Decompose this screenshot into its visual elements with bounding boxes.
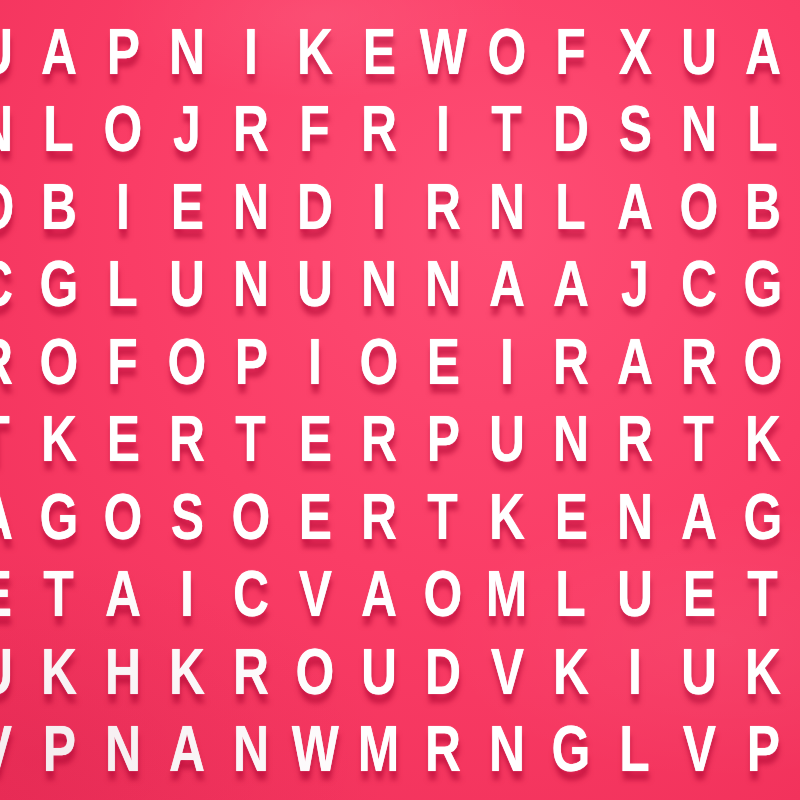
- letter-glyph: C: [0, 252, 13, 316]
- letter-glyph: U: [681, 640, 717, 704]
- letter-glyph: D: [297, 175, 333, 239]
- letter-glyph: N: [489, 175, 525, 239]
- letter-cell-r0-c1[interactable]: A: [27, 13, 91, 91]
- letter-cell-r7-c7[interactable]: O: [411, 556, 475, 634]
- letter-glyph: P: [106, 20, 139, 84]
- letter-glyph: D: [553, 97, 589, 161]
- letter-cell-r7-c0[interactable]: E: [0, 556, 27, 634]
- letter-cell-r8-c7[interactable]: D: [411, 633, 475, 711]
- letter-glyph: I: [628, 640, 642, 704]
- letter-cell-r8-c10[interactable]: I: [603, 633, 667, 711]
- letter-glyph: P: [746, 717, 779, 781]
- letter-cell-r1-c6[interactable]: R: [347, 91, 411, 169]
- letter-glyph: B: [41, 175, 77, 239]
- letter-glyph: K: [489, 485, 525, 549]
- letter-cell-r1-c7[interactable]: I: [411, 91, 475, 169]
- letter-glyph: O: [424, 562, 463, 626]
- letter-glyph: P: [426, 407, 459, 471]
- letter-glyph: T: [44, 562, 74, 626]
- letter-glyph: A: [361, 562, 397, 626]
- letter-glyph: I: [244, 20, 258, 84]
- letter-glyph: V: [298, 562, 331, 626]
- letter-glyph: N: [233, 252, 269, 316]
- letter-cell-r8-c5[interactable]: O: [283, 633, 347, 711]
- letter-cell-r9-c12[interactable]: P: [731, 711, 795, 789]
- letter-glyph: O: [232, 485, 271, 549]
- letter-glyph: V: [682, 717, 715, 781]
- letter-glyph: I: [436, 97, 450, 161]
- letter-cell-r6-c0[interactable]: A: [0, 478, 27, 556]
- letter-cell-r1-c3[interactable]: J: [155, 91, 219, 169]
- letter-cell-r1-c10[interactable]: S: [603, 91, 667, 169]
- letter-glyph: A: [617, 330, 653, 394]
- letter-cell-r3-c10[interactable]: J: [603, 246, 667, 324]
- letter-cell-r6-c7[interactable]: T: [411, 478, 475, 556]
- letter-glyph: T: [748, 562, 778, 626]
- letter-cell-r3-c1[interactable]: G: [27, 246, 91, 324]
- letter-cell-r8-c11[interactable]: U: [667, 633, 731, 711]
- letter-cell-r3-c2[interactable]: L: [91, 246, 155, 324]
- letter-cell-r5-c11[interactable]: T: [667, 401, 731, 479]
- letter-glyph: O: [0, 175, 14, 239]
- letter-cell-r8-c8[interactable]: V: [475, 633, 539, 711]
- letter-cell-r5-c4[interactable]: T: [219, 401, 283, 479]
- letter-cell-r7-c11[interactable]: E: [667, 556, 731, 634]
- letter-cell-r5-c10[interactable]: R: [603, 401, 667, 479]
- letter-glyph: W: [419, 20, 466, 84]
- letter-cell-r5-c1[interactable]: K: [27, 401, 91, 479]
- letter-cell-r0-c2[interactable]: P: [91, 13, 155, 91]
- letter-cell-r6-c6[interactable]: R: [347, 478, 411, 556]
- letter-cell-r1-c12[interactable]: L: [731, 91, 795, 169]
- letter-cell-r4-c3[interactable]: O: [155, 323, 219, 401]
- letter-glyph: T: [492, 97, 522, 161]
- letter-cell-r3-c12[interactable]: G: [731, 246, 795, 324]
- letter-glyph: O: [488, 20, 527, 84]
- letter-cell-r9-c10[interactable]: L: [603, 711, 667, 789]
- letter-glyph: K: [745, 407, 781, 471]
- letter-glyph: U: [361, 640, 397, 704]
- letter-glyph: O: [104, 485, 143, 549]
- letter-glyph: J: [621, 252, 649, 316]
- letter-cell-r2-c11[interactable]: O: [667, 168, 731, 246]
- letter-glyph: N: [169, 20, 205, 84]
- letter-glyph: E: [362, 20, 395, 84]
- letter-glyph: C: [233, 562, 269, 626]
- letter-glyph: R: [425, 717, 461, 781]
- letter-cell-r0-c11[interactable]: U: [667, 13, 731, 91]
- letter-cell-r5-c5[interactable]: E: [283, 401, 347, 479]
- letter-grid: UAPNIKEWOFXUANLOJRFRITDSNLOBIENDIRNLAOBC…: [0, 13, 795, 788]
- letter-glyph: A: [553, 252, 589, 316]
- letter-cell-r6-c12[interactable]: G: [731, 478, 795, 556]
- letter-glyph: E: [106, 407, 139, 471]
- letter-cell-r4-c11[interactable]: R: [667, 323, 731, 401]
- letter-cell-r5-c7[interactable]: P: [411, 401, 475, 479]
- letter-cell-r7-c8[interactable]: M: [475, 556, 539, 634]
- letter-glyph: N: [361, 252, 397, 316]
- letter-cell-r3-c5[interactable]: U: [283, 246, 347, 324]
- letter-glyph: I: [372, 175, 386, 239]
- letter-cell-r9-c6[interactable]: M: [347, 711, 411, 789]
- letter-glyph: O: [40, 330, 79, 394]
- letter-cell-r5-c6[interactable]: R: [347, 401, 411, 479]
- letter-cell-r6-c10[interactable]: N: [603, 478, 667, 556]
- letter-cell-r5-c3[interactable]: R: [155, 401, 219, 479]
- letter-glyph: T: [236, 407, 266, 471]
- letter-glyph: K: [745, 640, 781, 704]
- letter-cell-r9-c0[interactable]: V: [0, 711, 27, 789]
- letter-glyph: M: [358, 717, 400, 781]
- letter-cell-r0-c5[interactable]: K: [283, 13, 347, 91]
- letter-cell-r4-c0[interactable]: R: [0, 323, 27, 401]
- letter-cell-r4-c10[interactable]: A: [603, 323, 667, 401]
- letter-cell-r4-c5[interactable]: I: [283, 323, 347, 401]
- letter-glyph: N: [425, 252, 461, 316]
- letter-cell-r6-c1[interactable]: G: [27, 478, 91, 556]
- letter-cell-r5-c2[interactable]: E: [91, 401, 155, 479]
- letter-glyph: O: [360, 330, 399, 394]
- letter-cell-r2-c0[interactable]: O: [0, 168, 27, 246]
- letter-cell-r0-c6[interactable]: E: [347, 13, 411, 91]
- letter-cell-r6-c9[interactable]: E: [539, 478, 603, 556]
- letter-cell-r4-c12[interactable]: O: [731, 323, 795, 401]
- letter-glyph: U: [0, 640, 13, 704]
- letter-cell-r2-c2[interactable]: I: [91, 168, 155, 246]
- letter-cell-r6-c11[interactable]: A: [667, 478, 731, 556]
- letter-glyph: F: [556, 20, 586, 84]
- letter-glyph: N: [233, 175, 269, 239]
- letter-glyph: T: [684, 407, 714, 471]
- letter-cell-r8-c0[interactable]: U: [0, 633, 27, 711]
- letter-glyph: U: [0, 20, 13, 84]
- letter-cell-r9-c4[interactable]: N: [219, 711, 283, 789]
- letter-cell-r2-c6[interactable]: I: [347, 168, 411, 246]
- letter-cell-r7-c2[interactable]: A: [91, 556, 155, 634]
- letter-glyph: A: [681, 485, 717, 549]
- letter-cell-r0-c12[interactable]: A: [731, 13, 795, 91]
- letter-glyph: L: [108, 252, 138, 316]
- letter-cell-r2-c4[interactable]: N: [219, 168, 283, 246]
- letter-glyph: A: [169, 717, 205, 781]
- letter-glyph: S: [618, 97, 651, 161]
- letter-cell-r2-c12[interactable]: B: [731, 168, 795, 246]
- letter-glyph: F: [300, 97, 330, 161]
- letter-glyph: N: [105, 717, 141, 781]
- letter-cell-r0-c10[interactable]: X: [603, 13, 667, 91]
- letter-cell-r7-c6[interactable]: A: [347, 556, 411, 634]
- letter-glyph: D: [425, 640, 461, 704]
- letter-glyph: R: [169, 407, 205, 471]
- letter-glyph: A: [617, 175, 653, 239]
- letter-cell-r6-c2[interactable]: O: [91, 478, 155, 556]
- letter-cell-r2-c9[interactable]: L: [539, 168, 603, 246]
- letter-glyph: E: [426, 330, 459, 394]
- letter-cell-r9-c7[interactable]: R: [411, 711, 475, 789]
- letter-cell-r3-c0[interactable]: C: [0, 246, 27, 324]
- letter-glyph: R: [361, 97, 397, 161]
- letter-cell-r6-c8[interactable]: K: [475, 478, 539, 556]
- letter-cell-r2-c3[interactable]: E: [155, 168, 219, 246]
- letter-glyph: K: [297, 20, 333, 84]
- letter-cell-r7-c1[interactable]: T: [27, 556, 91, 634]
- letter-glyph: X: [618, 20, 651, 84]
- letter-glyph: U: [489, 407, 525, 471]
- letter-glyph: G: [552, 717, 591, 781]
- letter-glyph: S: [170, 485, 203, 549]
- letter-glyph: O: [168, 330, 207, 394]
- letter-cell-r0-c8[interactable]: O: [475, 13, 539, 91]
- letter-glyph: U: [617, 562, 653, 626]
- letter-glyph: R: [617, 407, 653, 471]
- letter-cell-r5-c0[interactable]: T: [0, 401, 27, 479]
- letter-cell-r3-c8[interactable]: A: [475, 246, 539, 324]
- letter-glyph: E: [554, 485, 587, 549]
- letter-glyph: U: [297, 252, 333, 316]
- letter-glyph: E: [682, 562, 715, 626]
- letter-cell-r1-c8[interactable]: T: [475, 91, 539, 169]
- letter-glyph: C: [681, 252, 717, 316]
- letter-glyph: K: [169, 640, 205, 704]
- letter-cell-r7-c3[interactable]: I: [155, 556, 219, 634]
- letter-glyph: P: [234, 330, 267, 394]
- letter-cell-r8-c4[interactable]: R: [219, 633, 283, 711]
- letter-cell-r1-c2[interactable]: O: [91, 91, 155, 169]
- letter-glyph: G: [40, 485, 79, 549]
- letter-cell-r4-c4[interactable]: P: [219, 323, 283, 401]
- letter-cell-r8-c2[interactable]: H: [91, 633, 155, 711]
- letter-cell-r1-c5[interactable]: F: [283, 91, 347, 169]
- letter-cell-r0-c4[interactable]: I: [219, 13, 283, 91]
- letter-glyph: W: [291, 717, 338, 781]
- letter-glyph: N: [681, 97, 717, 161]
- letter-cell-r3-c11[interactable]: C: [667, 246, 731, 324]
- letter-cell-r2-c8[interactable]: N: [475, 168, 539, 246]
- letter-glyph: R: [361, 407, 397, 471]
- letter-glyph: K: [553, 640, 589, 704]
- letter-glyph: R: [425, 175, 461, 239]
- letter-cell-r4-c1[interactable]: O: [27, 323, 91, 401]
- letter-cell-r5-c12[interactable]: K: [731, 401, 795, 479]
- letter-cell-r7-c5[interactable]: V: [283, 556, 347, 634]
- letter-cell-r8-c1[interactable]: K: [27, 633, 91, 711]
- letter-glyph: L: [748, 97, 778, 161]
- letter-cell-r0-c0[interactable]: U: [0, 13, 27, 91]
- letter-cell-r9-c11[interactable]: V: [667, 711, 731, 789]
- letter-cell-r9-c9[interactable]: G: [539, 711, 603, 789]
- letter-cell-r6-c4[interactable]: O: [219, 478, 283, 556]
- letter-cell-r2-c1[interactable]: B: [27, 168, 91, 246]
- letter-glyph: O: [680, 175, 719, 239]
- letter-cell-r9-c3[interactable]: A: [155, 711, 219, 789]
- letter-glyph: P: [42, 717, 75, 781]
- letter-glyph: L: [620, 717, 650, 781]
- letter-cell-r2-c7[interactable]: R: [411, 168, 475, 246]
- letter-glyph: F: [108, 330, 138, 394]
- letter-cell-r8-c9[interactable]: K: [539, 633, 603, 711]
- letter-glyph: N: [233, 717, 269, 781]
- letter-glyph: I: [308, 330, 322, 394]
- letter-glyph: I: [180, 562, 194, 626]
- letter-glyph: N: [0, 97, 13, 161]
- letter-cell-r4-c8[interactable]: I: [475, 323, 539, 401]
- letter-glyph: R: [0, 330, 13, 394]
- letter-glyph: E: [298, 407, 331, 471]
- letter-glyph: O: [104, 97, 143, 161]
- letter-cell-r1-c4[interactable]: R: [219, 91, 283, 169]
- letter-cell-r3-c9[interactable]: A: [539, 246, 603, 324]
- letter-cell-r5-c8[interactable]: U: [475, 401, 539, 479]
- letter-glyph: N: [553, 407, 589, 471]
- letter-glyph: A: [745, 20, 781, 84]
- letter-cell-r8-c6[interactable]: U: [347, 633, 411, 711]
- letter-cell-r3-c4[interactable]: N: [219, 246, 283, 324]
- letter-glyph: J: [173, 97, 201, 161]
- word-search-board: UAPNIKEWOFXUANLOJRFRITDSNLOBIENDIRNLAOBC…: [0, 0, 800, 800]
- letter-cell-r6-c3[interactable]: S: [155, 478, 219, 556]
- letter-glyph: N: [489, 717, 525, 781]
- letter-cell-r3-c3[interactable]: U: [155, 246, 219, 324]
- letter-glyph: G: [744, 252, 783, 316]
- letter-glyph: E: [0, 562, 12, 626]
- letter-glyph: T: [428, 485, 458, 549]
- letter-cell-r4-c9[interactable]: R: [539, 323, 603, 401]
- letter-glyph: E: [298, 485, 331, 549]
- letter-glyph: L: [556, 175, 586, 239]
- letter-glyph: I: [500, 330, 514, 394]
- letter-cell-r4-c7[interactable]: E: [411, 323, 475, 401]
- letter-cell-r0-c7[interactable]: W: [411, 13, 475, 91]
- letter-cell-r9-c2[interactable]: N: [91, 711, 155, 789]
- letter-glyph: G: [40, 252, 79, 316]
- letter-glyph: A: [489, 252, 525, 316]
- letter-glyph: A: [105, 562, 141, 626]
- letter-glyph: A: [0, 485, 13, 549]
- letter-cell-r7-c9[interactable]: L: [539, 556, 603, 634]
- letter-glyph: U: [169, 252, 205, 316]
- letter-cell-r6-c5[interactable]: E: [283, 478, 347, 556]
- letter-cell-r8-c3[interactable]: K: [155, 633, 219, 711]
- letter-glyph: O: [296, 640, 335, 704]
- letter-glyph: R: [361, 485, 397, 549]
- letter-glyph: N: [617, 485, 653, 549]
- letter-cell-r1-c9[interactable]: D: [539, 91, 603, 169]
- letter-cell-r9-c1[interactable]: P: [27, 711, 91, 789]
- letter-glyph: V: [490, 640, 523, 704]
- letter-cell-r3-c6[interactable]: N: [347, 246, 411, 324]
- letter-glyph: R: [553, 330, 589, 394]
- letter-glyph: K: [41, 640, 77, 704]
- letter-glyph: E: [170, 175, 203, 239]
- letter-cell-r0-c3[interactable]: N: [155, 13, 219, 91]
- letter-cell-r7-c12[interactable]: T: [731, 556, 795, 634]
- letter-cell-r8-c12[interactable]: K: [731, 633, 795, 711]
- letter-glyph: H: [105, 640, 141, 704]
- letter-glyph: V: [0, 717, 12, 781]
- letter-glyph: L: [556, 562, 586, 626]
- letter-cell-r5-c9[interactable]: N: [539, 401, 603, 479]
- letter-cell-r2-c5[interactable]: D: [283, 168, 347, 246]
- letter-glyph: M: [486, 562, 528, 626]
- letter-cell-r7-c4[interactable]: C: [219, 556, 283, 634]
- letter-glyph: R: [681, 330, 717, 394]
- letter-cell-r4-c2[interactable]: F: [91, 323, 155, 401]
- letter-cell-r9-c8[interactable]: N: [475, 711, 539, 789]
- letter-glyph: G: [744, 485, 783, 549]
- letter-cell-r1-c0[interactable]: N: [0, 91, 27, 169]
- letter-glyph: I: [116, 175, 130, 239]
- letter-cell-r9-c5[interactable]: W: [283, 711, 347, 789]
- letter-glyph: O: [744, 330, 783, 394]
- letter-cell-r3-c7[interactable]: N: [411, 246, 475, 324]
- letter-glyph: R: [233, 97, 269, 161]
- letter-glyph: U: [681, 20, 717, 84]
- letter-cell-r1-c11[interactable]: N: [667, 91, 731, 169]
- letter-glyph: B: [745, 175, 781, 239]
- letter-glyph: A: [41, 20, 77, 84]
- letter-cell-r4-c6[interactable]: O: [347, 323, 411, 401]
- letter-glyph: T: [0, 407, 10, 471]
- letter-glyph: L: [44, 97, 74, 161]
- letter-cell-r1-c1[interactable]: L: [27, 91, 91, 169]
- letter-glyph: R: [233, 640, 269, 704]
- letter-cell-r0-c9[interactable]: F: [539, 13, 603, 91]
- letter-cell-r2-c10[interactable]: A: [603, 168, 667, 246]
- letter-cell-r7-c10[interactable]: U: [603, 556, 667, 634]
- letter-glyph: K: [41, 407, 77, 471]
